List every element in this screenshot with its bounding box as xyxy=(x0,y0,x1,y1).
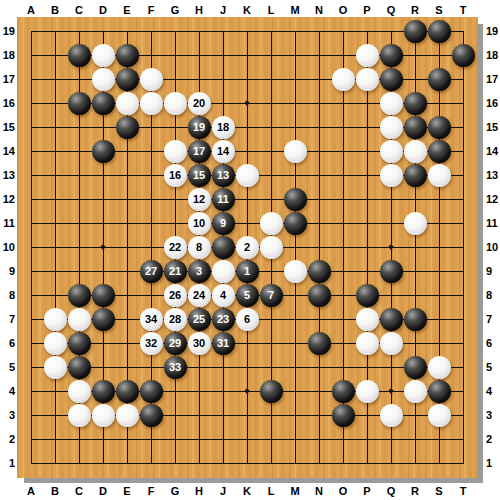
board-intersection[interactable] xyxy=(43,187,67,211)
board-intersection[interactable] xyxy=(403,355,427,379)
board-intersection[interactable] xyxy=(259,211,283,235)
board-intersection[interactable] xyxy=(451,307,475,331)
board-intersection[interactable] xyxy=(331,139,355,163)
board-intersection[interactable] xyxy=(115,115,139,139)
board-intersection[interactable] xyxy=(19,283,43,307)
board-intersection[interactable] xyxy=(91,19,115,43)
board-intersection[interactable] xyxy=(259,91,283,115)
board-intersection[interactable] xyxy=(283,67,307,91)
board-intersection[interactable] xyxy=(427,187,451,211)
board-intersection[interactable] xyxy=(139,283,163,307)
board-intersection[interactable] xyxy=(451,115,475,139)
board-intersection[interactable] xyxy=(115,235,139,259)
board-intersection[interactable] xyxy=(211,67,235,91)
board-intersection[interactable]: 1 xyxy=(235,259,259,283)
board-intersection[interactable] xyxy=(379,307,403,331)
board-intersection[interactable] xyxy=(139,163,163,187)
board-intersection[interactable] xyxy=(355,163,379,187)
board-intersection[interactable] xyxy=(67,427,91,451)
board-intersection[interactable] xyxy=(379,379,403,403)
board-intersection[interactable] xyxy=(163,451,187,475)
board-intersection[interactable] xyxy=(19,19,43,43)
board-intersection[interactable] xyxy=(139,67,163,91)
board-intersection[interactable] xyxy=(67,187,91,211)
board-intersection[interactable] xyxy=(283,43,307,67)
board-intersection[interactable] xyxy=(403,283,427,307)
board-intersection[interactable] xyxy=(163,115,187,139)
board-intersection[interactable] xyxy=(163,67,187,91)
board-intersection[interactable] xyxy=(427,115,451,139)
board-intersection[interactable] xyxy=(19,427,43,451)
board-intersection[interactable] xyxy=(115,67,139,91)
board-intersection[interactable]: 20 xyxy=(187,91,211,115)
board-intersection[interactable] xyxy=(379,163,403,187)
board-intersection[interactable] xyxy=(283,139,307,163)
board-intersection[interactable] xyxy=(19,379,43,403)
board-intersection[interactable] xyxy=(91,355,115,379)
board-intersection[interactable]: 23 xyxy=(211,307,235,331)
board-intersection[interactable]: 16 xyxy=(163,163,187,187)
board-intersection[interactable] xyxy=(43,379,67,403)
board-intersection[interactable] xyxy=(91,139,115,163)
board-intersection[interactable] xyxy=(403,115,427,139)
board-intersection[interactable] xyxy=(235,187,259,211)
board-intersection[interactable] xyxy=(139,355,163,379)
board-intersection[interactable] xyxy=(451,163,475,187)
board-intersection[interactable] xyxy=(115,283,139,307)
board-intersection[interactable] xyxy=(283,19,307,43)
board-intersection[interactable] xyxy=(403,67,427,91)
board-intersection[interactable] xyxy=(259,67,283,91)
board-intersection[interactable] xyxy=(307,43,331,67)
board-intersection[interactable] xyxy=(283,403,307,427)
board-intersection[interactable] xyxy=(115,307,139,331)
board-intersection[interactable] xyxy=(403,139,427,163)
board-intersection[interactable] xyxy=(43,211,67,235)
board-intersection[interactable] xyxy=(259,139,283,163)
board-intersection[interactable] xyxy=(307,403,331,427)
board-intersection[interactable] xyxy=(235,115,259,139)
board-intersection[interactable] xyxy=(139,403,163,427)
board-intersection[interactable] xyxy=(403,91,427,115)
board-intersection[interactable] xyxy=(283,163,307,187)
board-intersection[interactable] xyxy=(43,19,67,43)
board-intersection[interactable] xyxy=(307,235,331,259)
board-intersection[interactable] xyxy=(355,67,379,91)
board-intersection[interactable] xyxy=(331,355,355,379)
board-intersection[interactable] xyxy=(19,331,43,355)
board-intersection[interactable] xyxy=(67,211,91,235)
board-intersection[interactable] xyxy=(451,451,475,475)
board-intersection[interactable] xyxy=(115,451,139,475)
board-intersection[interactable] xyxy=(43,331,67,355)
board-intersection[interactable]: 5 xyxy=(235,283,259,307)
board-intersection[interactable]: 26 xyxy=(163,283,187,307)
board-intersection[interactable] xyxy=(67,67,91,91)
board-intersection[interactable] xyxy=(139,451,163,475)
board-intersection[interactable] xyxy=(115,91,139,115)
board-intersection[interactable] xyxy=(235,91,259,115)
board-intersection[interactable] xyxy=(235,379,259,403)
board-intersection[interactable] xyxy=(403,451,427,475)
board-intersection[interactable] xyxy=(331,67,355,91)
board-intersection[interactable] xyxy=(19,211,43,235)
board-intersection[interactable]: 27 xyxy=(139,259,163,283)
board-intersection[interactable] xyxy=(67,403,91,427)
board-intersection[interactable] xyxy=(163,427,187,451)
board-intersection[interactable]: 24 xyxy=(187,283,211,307)
board-intersection[interactable] xyxy=(211,259,235,283)
board-intersection[interactable] xyxy=(331,427,355,451)
board-intersection[interactable] xyxy=(451,235,475,259)
board-intersection[interactable] xyxy=(19,259,43,283)
board-intersection[interactable] xyxy=(427,355,451,379)
board-intersection[interactable] xyxy=(307,283,331,307)
board-intersection[interactable] xyxy=(307,427,331,451)
board-intersection[interactable] xyxy=(91,67,115,91)
board-intersection[interactable] xyxy=(283,355,307,379)
board-intersection[interactable] xyxy=(259,355,283,379)
board-intersection[interactable] xyxy=(163,211,187,235)
board-intersection[interactable] xyxy=(139,211,163,235)
board-intersection[interactable] xyxy=(307,307,331,331)
board-intersection[interactable] xyxy=(379,115,403,139)
board-intersection[interactable] xyxy=(115,355,139,379)
board-intersection[interactable] xyxy=(235,427,259,451)
board-intersection[interactable] xyxy=(355,211,379,235)
board-intersection[interactable] xyxy=(19,163,43,187)
board-intersection[interactable] xyxy=(163,187,187,211)
board-intersection[interactable] xyxy=(283,115,307,139)
board-intersection[interactable]: 29 xyxy=(163,331,187,355)
board-intersection[interactable] xyxy=(259,163,283,187)
board-intersection[interactable] xyxy=(355,187,379,211)
board-intersection[interactable] xyxy=(91,259,115,283)
board-intersection[interactable] xyxy=(67,379,91,403)
board-intersection[interactable] xyxy=(235,331,259,355)
board-intersection[interactable] xyxy=(115,19,139,43)
board-intersection[interactable] xyxy=(91,91,115,115)
board-intersection[interactable] xyxy=(19,355,43,379)
board-intersection[interactable] xyxy=(331,451,355,475)
board-intersection[interactable] xyxy=(427,211,451,235)
board-intersection[interactable] xyxy=(379,91,403,115)
board-intersection[interactable] xyxy=(187,403,211,427)
board-intersection[interactable]: 4 xyxy=(211,283,235,307)
board-intersection[interactable] xyxy=(91,427,115,451)
board-intersection[interactable] xyxy=(331,91,355,115)
board-intersection[interactable] xyxy=(91,187,115,211)
board-intersection[interactable] xyxy=(307,91,331,115)
board-intersection[interactable] xyxy=(163,19,187,43)
board-intersection[interactable] xyxy=(379,43,403,67)
board-intersection[interactable] xyxy=(187,379,211,403)
board-intersection[interactable] xyxy=(19,115,43,139)
board-intersection[interactable] xyxy=(91,307,115,331)
board-intersection[interactable] xyxy=(19,235,43,259)
board-intersection[interactable] xyxy=(139,139,163,163)
board-intersection[interactable] xyxy=(187,451,211,475)
board-intersection[interactable]: 2 xyxy=(235,235,259,259)
board-intersection[interactable] xyxy=(427,235,451,259)
board-intersection[interactable] xyxy=(355,259,379,283)
board-intersection[interactable] xyxy=(283,283,307,307)
board-intersection[interactable] xyxy=(259,331,283,355)
board-intersection[interactable] xyxy=(163,43,187,67)
board-intersection[interactable] xyxy=(403,307,427,331)
board-intersection[interactable] xyxy=(451,427,475,451)
board-intersection[interactable] xyxy=(427,283,451,307)
board-intersection[interactable] xyxy=(43,355,67,379)
board-intersection[interactable] xyxy=(67,259,91,283)
board-intersection[interactable] xyxy=(43,163,67,187)
board-intersection[interactable] xyxy=(283,259,307,283)
board-intersection[interactable] xyxy=(307,19,331,43)
board-intersection[interactable] xyxy=(379,283,403,307)
board-intersection[interactable] xyxy=(427,379,451,403)
board-intersection[interactable] xyxy=(403,43,427,67)
board-intersection[interactable] xyxy=(379,235,403,259)
board-intersection[interactable] xyxy=(331,19,355,43)
board-intersection[interactable] xyxy=(67,451,91,475)
board-intersection[interactable]: 6 xyxy=(235,307,259,331)
board-intersection[interactable] xyxy=(259,43,283,67)
board-intersection[interactable] xyxy=(451,283,475,307)
board-intersection[interactable] xyxy=(331,211,355,235)
board-intersection[interactable] xyxy=(331,331,355,355)
board-intersection[interactable]: 22 xyxy=(163,235,187,259)
board-intersection[interactable]: 14 xyxy=(211,139,235,163)
board-intersection[interactable] xyxy=(91,211,115,235)
board-intersection[interactable] xyxy=(307,451,331,475)
board-intersection[interactable] xyxy=(259,235,283,259)
board-intersection[interactable] xyxy=(19,403,43,427)
board-intersection[interactable] xyxy=(235,43,259,67)
board-intersection[interactable] xyxy=(451,67,475,91)
board-intersection[interactable] xyxy=(283,379,307,403)
board-intersection[interactable]: 13 xyxy=(211,163,235,187)
board-intersection[interactable] xyxy=(91,403,115,427)
board-intersection[interactable] xyxy=(379,67,403,91)
board-intersection[interactable] xyxy=(211,235,235,259)
board-intersection[interactable] xyxy=(19,139,43,163)
board-intersection[interactable] xyxy=(67,235,91,259)
board-intersection[interactable] xyxy=(307,211,331,235)
board-intersection[interactable] xyxy=(19,43,43,67)
board-intersection[interactable] xyxy=(331,115,355,139)
board-intersection[interactable] xyxy=(331,259,355,283)
board-intersection[interactable]: 33 xyxy=(163,355,187,379)
board-intersection[interactable] xyxy=(283,235,307,259)
board-intersection[interactable]: 17 xyxy=(187,139,211,163)
board-intersection[interactable] xyxy=(211,379,235,403)
board-intersection[interactable] xyxy=(283,307,307,331)
board-intersection[interactable]: 10 xyxy=(187,211,211,235)
board-intersection[interactable] xyxy=(403,403,427,427)
board-intersection[interactable] xyxy=(427,451,451,475)
board-intersection[interactable]: 18 xyxy=(211,115,235,139)
board-intersection[interactable] xyxy=(451,331,475,355)
board-intersection[interactable]: 8 xyxy=(187,235,211,259)
board-intersection[interactable] xyxy=(379,139,403,163)
board-intersection[interactable] xyxy=(307,163,331,187)
board-intersection[interactable] xyxy=(67,307,91,331)
board-intersection[interactable] xyxy=(283,451,307,475)
board-intersection[interactable] xyxy=(427,19,451,43)
board-intersection[interactable] xyxy=(43,91,67,115)
board-intersection[interactable] xyxy=(235,403,259,427)
board-intersection[interactable]: 31 xyxy=(211,331,235,355)
board-intersection[interactable] xyxy=(307,67,331,91)
board-intersection[interactable] xyxy=(427,427,451,451)
board-intersection[interactable]: 28 xyxy=(163,307,187,331)
board-intersection[interactable] xyxy=(451,139,475,163)
board-intersection[interactable] xyxy=(19,67,43,91)
board-intersection[interactable] xyxy=(259,427,283,451)
board-intersection[interactable] xyxy=(211,403,235,427)
board-intersection[interactable] xyxy=(43,259,67,283)
board-intersection[interactable]: 15 xyxy=(187,163,211,187)
board-intersection[interactable] xyxy=(139,235,163,259)
board-intersection[interactable] xyxy=(331,235,355,259)
board-intersection[interactable] xyxy=(355,19,379,43)
board-intersection[interactable] xyxy=(67,91,91,115)
board-intersection[interactable] xyxy=(259,403,283,427)
board-intersection[interactable] xyxy=(187,19,211,43)
board-intersection[interactable] xyxy=(235,19,259,43)
board-intersection[interactable] xyxy=(451,259,475,283)
board-intersection[interactable] xyxy=(427,307,451,331)
board-intersection[interactable] xyxy=(355,307,379,331)
board-intersection[interactable] xyxy=(355,451,379,475)
board-intersection[interactable] xyxy=(307,139,331,163)
board-intersection[interactable] xyxy=(91,115,115,139)
board-intersection[interactable] xyxy=(427,403,451,427)
board-intersection[interactable] xyxy=(451,91,475,115)
board-intersection[interactable] xyxy=(403,331,427,355)
board-intersection[interactable] xyxy=(379,187,403,211)
board-intersection[interactable] xyxy=(427,259,451,283)
board-intersection[interactable] xyxy=(115,211,139,235)
board-intersection[interactable] xyxy=(163,139,187,163)
board-intersection[interactable] xyxy=(43,115,67,139)
board-intersection[interactable] xyxy=(235,451,259,475)
board-intersection[interactable] xyxy=(259,187,283,211)
board-intersection[interactable] xyxy=(355,115,379,139)
board-intersection[interactable] xyxy=(115,331,139,355)
board-intersection[interactable] xyxy=(355,379,379,403)
board-intersection[interactable] xyxy=(331,307,355,331)
board-intersection[interactable] xyxy=(187,43,211,67)
board-intersection[interactable]: 9 xyxy=(211,211,235,235)
board-intersection[interactable]: 21 xyxy=(163,259,187,283)
board-intersection[interactable] xyxy=(235,67,259,91)
board-intersection[interactable] xyxy=(235,355,259,379)
board-intersection[interactable] xyxy=(19,451,43,475)
board-intersection[interactable] xyxy=(403,379,427,403)
board-intersection[interactable] xyxy=(331,163,355,187)
board-intersection[interactable] xyxy=(259,307,283,331)
board-intersection[interactable] xyxy=(379,451,403,475)
board-intersection[interactable] xyxy=(235,163,259,187)
board-intersection[interactable] xyxy=(115,187,139,211)
board-intersection[interactable] xyxy=(115,403,139,427)
board-intersection[interactable] xyxy=(163,379,187,403)
board-intersection[interactable] xyxy=(67,43,91,67)
board-intersection[interactable] xyxy=(379,331,403,355)
board-intersection[interactable] xyxy=(139,19,163,43)
board-intersection[interactable] xyxy=(355,283,379,307)
board-intersection[interactable] xyxy=(307,355,331,379)
board-intersection[interactable] xyxy=(403,259,427,283)
board-intersection[interactable] xyxy=(283,91,307,115)
board-intersection[interactable] xyxy=(43,427,67,451)
board-intersection[interactable] xyxy=(307,259,331,283)
board-intersection[interactable] xyxy=(211,19,235,43)
board-intersection[interactable] xyxy=(331,43,355,67)
board-intersection[interactable]: 11 xyxy=(211,187,235,211)
board-intersection[interactable] xyxy=(67,163,91,187)
board-intersection[interactable] xyxy=(187,427,211,451)
board-intersection[interactable] xyxy=(139,91,163,115)
board-intersection[interactable] xyxy=(19,307,43,331)
board-intersection[interactable] xyxy=(43,283,67,307)
board-intersection[interactable] xyxy=(259,19,283,43)
board-intersection[interactable] xyxy=(379,211,403,235)
board-intersection[interactable] xyxy=(211,91,235,115)
board-intersection[interactable] xyxy=(355,139,379,163)
board-intersection[interactable] xyxy=(139,187,163,211)
board-intersection[interactable]: 32 xyxy=(139,331,163,355)
board-intersection[interactable] xyxy=(235,211,259,235)
board-intersection[interactable] xyxy=(283,427,307,451)
board-intersection[interactable] xyxy=(379,355,403,379)
board-intersection[interactable] xyxy=(307,187,331,211)
board-intersection[interactable] xyxy=(403,211,427,235)
board-intersection[interactable] xyxy=(163,403,187,427)
board-intersection[interactable] xyxy=(451,379,475,403)
board-intersection[interactable]: 30 xyxy=(187,331,211,355)
board-intersection[interactable] xyxy=(43,67,67,91)
board-intersection[interactable] xyxy=(43,139,67,163)
board-intersection[interactable]: 25 xyxy=(187,307,211,331)
board-intersection[interactable] xyxy=(91,283,115,307)
board-intersection[interactable] xyxy=(139,43,163,67)
board-intersection[interactable]: 19 xyxy=(187,115,211,139)
board-intersection[interactable] xyxy=(67,19,91,43)
board-intersection[interactable] xyxy=(259,259,283,283)
board-intersection[interactable] xyxy=(67,139,91,163)
board-intersection[interactable] xyxy=(187,355,211,379)
board-intersection[interactable] xyxy=(379,427,403,451)
board-intersection[interactable] xyxy=(451,355,475,379)
board-intersection[interactable] xyxy=(283,211,307,235)
board-intersection[interactable] xyxy=(355,235,379,259)
board-intersection[interactable] xyxy=(427,67,451,91)
board-intersection[interactable] xyxy=(139,115,163,139)
board-intersection[interactable] xyxy=(427,331,451,355)
board-intersection[interactable] xyxy=(427,91,451,115)
board-intersection[interactable] xyxy=(403,163,427,187)
board-intersection[interactable] xyxy=(331,403,355,427)
board-intersection[interactable] xyxy=(43,307,67,331)
board-intersection[interactable] xyxy=(43,235,67,259)
board-intersection[interactable] xyxy=(139,427,163,451)
board-intersection[interactable] xyxy=(307,115,331,139)
board-intersection[interactable] xyxy=(427,139,451,163)
board-intersection[interactable] xyxy=(355,43,379,67)
board-intersection[interactable] xyxy=(187,67,211,91)
